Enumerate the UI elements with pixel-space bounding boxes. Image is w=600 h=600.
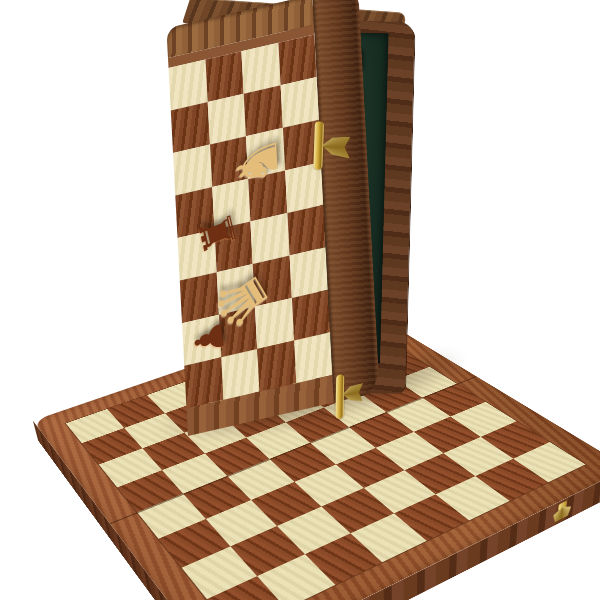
brass-clasp-strap bbox=[335, 374, 344, 419]
brass-clasp-lower bbox=[335, 371, 362, 427]
flat-board-square bbox=[436, 476, 510, 520]
attached-piece-knight: ♞ bbox=[223, 130, 291, 195]
flat-board-square bbox=[405, 453, 476, 494]
flat-board-square bbox=[269, 443, 335, 482]
flat-board-square bbox=[251, 482, 321, 526]
flat-board-square bbox=[351, 513, 427, 562]
attached-piece-pawn: ♟ bbox=[185, 315, 233, 362]
flat-board-square bbox=[207, 576, 286, 600]
flat-board-square bbox=[257, 554, 335, 600]
flat-board-square bbox=[277, 507, 351, 555]
flat-board-square bbox=[117, 470, 183, 512]
flat-board-square bbox=[475, 459, 548, 501]
flat-board-square bbox=[305, 533, 382, 585]
flat-board-square bbox=[394, 494, 469, 541]
flat-board-square bbox=[336, 448, 405, 488]
flat-board-square bbox=[206, 500, 277, 546]
flat-board-square bbox=[158, 519, 230, 568]
brass-clasp-fan bbox=[343, 383, 363, 404]
flat-board-square bbox=[321, 488, 394, 533]
attached-pieces-layer: ♞♜♛♟ bbox=[168, 25, 334, 436]
scene: ♟♟♟♟♟♟♟♟ ♞♜♛♟ bbox=[0, 0, 600, 600]
flat-board-square bbox=[294, 464, 363, 506]
upright-front-panel: ♞♜♛♟ bbox=[168, 14, 380, 436]
flat-board-square bbox=[162, 454, 227, 494]
flat-board-square bbox=[183, 476, 251, 519]
flat-board-square bbox=[513, 442, 585, 482]
brass-clasp-fan bbox=[322, 136, 351, 159]
flat-board-square bbox=[443, 437, 513, 476]
flat-board-square bbox=[230, 526, 305, 576]
flat-board-square bbox=[137, 494, 206, 539]
brass-clasp-upper bbox=[313, 121, 355, 178]
flat-board-square bbox=[227, 459, 294, 500]
flat-board-square bbox=[376, 432, 444, 470]
attached-piece-rook: ♜ bbox=[189, 205, 248, 262]
flat-board-square bbox=[182, 546, 257, 599]
flat-board-square bbox=[364, 470, 436, 513]
